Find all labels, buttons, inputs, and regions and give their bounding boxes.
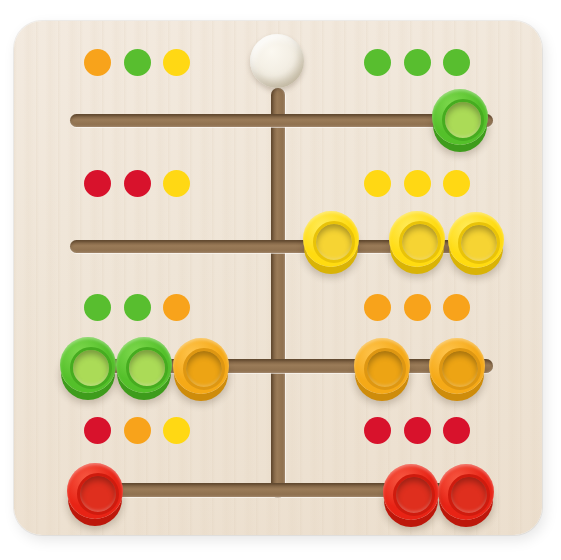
pattern-dot-yellow: [443, 170, 470, 197]
peg-recess: [448, 474, 490, 516]
pattern-dot-orange: [364, 294, 391, 321]
pattern-dot-green: [443, 49, 470, 76]
pattern-dot-orange: [443, 294, 470, 321]
pattern-dot-green: [404, 49, 431, 76]
peg-orange[interactable]: [429, 338, 485, 394]
pattern-dot-yellow: [163, 49, 190, 76]
peg-recess: [126, 347, 168, 389]
peg-green[interactable]: [432, 89, 488, 145]
peg-recess: [399, 221, 441, 263]
peg-yellow[interactable]: [389, 211, 445, 267]
pattern-dot-green: [84, 294, 111, 321]
pattern-dot-orange: [163, 294, 190, 321]
slide-groove: [70, 114, 493, 127]
peg-recess: [439, 348, 481, 390]
peg-green[interactable]: [60, 337, 116, 393]
peg-yellow[interactable]: [303, 211, 359, 267]
peg-yellow[interactable]: [448, 212, 504, 268]
pattern-dot-orange: [84, 49, 111, 76]
peg-recess: [442, 99, 484, 141]
wooden-game-board: [14, 21, 542, 535]
pattern-dot-orange: [124, 417, 151, 444]
peg-red[interactable]: [67, 463, 123, 519]
peg-recess: [458, 222, 500, 264]
pattern-dot-green: [364, 49, 391, 76]
pattern-dot-red: [124, 170, 151, 197]
peg-orange[interactable]: [173, 338, 229, 394]
pattern-dot-yellow: [163, 170, 190, 197]
pattern-dot-green: [124, 49, 151, 76]
pattern-dot-red: [84, 417, 111, 444]
pattern-dot-red: [364, 417, 391, 444]
peg-recess: [364, 348, 406, 390]
peg-recess: [393, 474, 435, 516]
peg-recess: [183, 348, 225, 390]
peg-green[interactable]: [116, 337, 172, 393]
peg-red[interactable]: [383, 464, 439, 520]
pattern-dot-green: [124, 294, 151, 321]
pattern-dot-yellow: [163, 417, 190, 444]
pattern-dot-yellow: [404, 170, 431, 197]
color-sorting-toy-scene: [0, 0, 561, 560]
pattern-dot-red: [84, 170, 111, 197]
white-ball-knob[interactable]: [250, 34, 304, 88]
peg-recess: [77, 473, 119, 515]
pattern-dot-red: [404, 417, 431, 444]
pattern-dot-orange: [404, 294, 431, 321]
pattern-dot-red: [443, 417, 470, 444]
peg-recess: [313, 221, 355, 263]
peg-orange[interactable]: [354, 338, 410, 394]
pattern-dot-yellow: [364, 170, 391, 197]
peg-red[interactable]: [438, 464, 494, 520]
peg-recess: [70, 347, 112, 389]
central-vertical-groove: [271, 88, 285, 498]
